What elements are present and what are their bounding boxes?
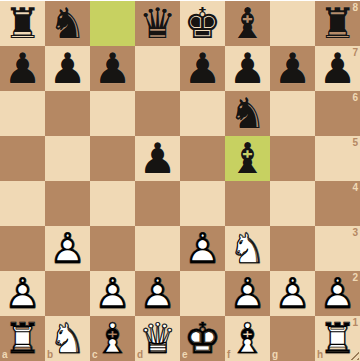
black-pawn-glyph: ♟ [90, 46, 135, 91]
square-h4[interactable]: 4 [315, 181, 360, 226]
rank-label-4: 4 [352, 182, 358, 193]
piece-white-queen[interactable]: ♛♕ [135, 316, 180, 361]
white-pawn-outline-glyph: ♙ [225, 271, 270, 316]
white-rook-outline-glyph: ♖ [0, 316, 45, 361]
piece-white-bishop[interactable]: ♝♗ [225, 316, 270, 361]
white-pawn-outline-glyph: ♙ [270, 271, 315, 316]
square-f1[interactable]: ♝♗f [225, 316, 270, 361]
square-g7[interactable]: ♟ [270, 46, 315, 91]
piece-white-pawn[interactable]: ♟♙ [270, 271, 315, 316]
square-e1[interactable]: ♚♔e [180, 316, 225, 361]
piece-white-knight[interactable]: ♞♘ [225, 226, 270, 271]
black-knight-glyph: ♞ [45, 1, 90, 46]
piece-black-pawn[interactable]: ♟ [0, 46, 45, 91]
square-c7[interactable]: ♟ [90, 46, 135, 91]
square-e4[interactable] [180, 181, 225, 226]
square-d6[interactable] [135, 91, 180, 136]
black-rook-glyph: ♜ [0, 1, 45, 46]
square-f8[interactable]: ♝ [225, 1, 270, 46]
square-d2[interactable]: ♟♙ [135, 271, 180, 316]
square-a5[interactable] [0, 136, 45, 181]
chess-board: ♜♞♛♚♝♜8♟♟♟♟♟♟♟7♞6♟♝54♟♙♟♙♞♘3♟♙♟♙♟♙♟♙♟♙♟♙… [0, 1, 360, 361]
piece-black-pawn[interactable]: ♟ [45, 46, 90, 91]
black-pawn-glyph: ♟ [315, 46, 360, 91]
white-pawn-outline-glyph: ♙ [90, 271, 135, 316]
square-f3[interactable]: ♞♘ [225, 226, 270, 271]
square-g6[interactable] [270, 91, 315, 136]
square-c2[interactable]: ♟♙ [90, 271, 135, 316]
square-g5[interactable] [270, 136, 315, 181]
square-c6[interactable] [90, 91, 135, 136]
square-h5[interactable]: 5 [315, 136, 360, 181]
rank-label-6: 6 [352, 92, 358, 103]
square-g1[interactable]: g [270, 316, 315, 361]
square-a3[interactable] [0, 226, 45, 271]
white-pawn-outline-glyph: ♙ [0, 271, 45, 316]
piece-white-pawn[interactable]: ♟♙ [225, 271, 270, 316]
square-b8[interactable]: ♞ [45, 1, 90, 46]
black-pawn-glyph: ♟ [270, 46, 315, 91]
square-f4[interactable] [225, 181, 270, 226]
square-h8[interactable]: ♜8 [315, 1, 360, 46]
black-king-glyph: ♚ [180, 1, 225, 46]
square-c1[interactable]: ♝♗c [90, 316, 135, 361]
white-knight-outline-glyph: ♘ [225, 226, 270, 271]
square-g3[interactable] [270, 226, 315, 271]
file-label-g: g [272, 349, 278, 360]
square-e7[interactable]: ♟ [180, 46, 225, 91]
square-b2[interactable] [45, 271, 90, 316]
piece-black-pawn[interactable]: ♟ [225, 46, 270, 91]
piece-white-rook[interactable]: ♜♖ [0, 316, 45, 361]
square-a4[interactable] [0, 181, 45, 226]
piece-black-pawn[interactable]: ♟ [180, 46, 225, 91]
piece-black-knight[interactable]: ♞ [225, 91, 270, 136]
piece-black-rook[interactable]: ♜ [0, 1, 45, 46]
black-bishop-glyph: ♝ [225, 136, 270, 181]
square-e2[interactable] [180, 271, 225, 316]
black-queen-glyph: ♛ [135, 1, 180, 46]
piece-white-pawn[interactable]: ♟♙ [0, 271, 45, 316]
black-pawn-glyph: ♟ [0, 46, 45, 91]
black-pawn-glyph: ♟ [180, 46, 225, 91]
piece-white-pawn[interactable]: ♟♙ [45, 226, 90, 271]
square-a1[interactable]: ♜♖a [0, 316, 45, 361]
square-a8[interactable]: ♜ [0, 1, 45, 46]
square-h1[interactable]: ♜♖1h [315, 316, 360, 361]
square-h7[interactable]: ♟7 [315, 46, 360, 91]
piece-black-pawn[interactable]: ♟ [90, 46, 135, 91]
square-b1[interactable]: ♞♘b [45, 316, 90, 361]
square-c4[interactable] [90, 181, 135, 226]
piece-white-pawn[interactable]: ♟♙ [180, 226, 225, 271]
square-f2[interactable]: ♟♙ [225, 271, 270, 316]
piece-white-pawn[interactable]: ♟♙ [135, 271, 180, 316]
black-pawn-glyph: ♟ [45, 46, 90, 91]
white-pawn-outline-glyph: ♙ [315, 271, 360, 316]
white-bishop-outline-glyph: ♗ [90, 316, 135, 361]
square-g2[interactable]: ♟♙ [270, 271, 315, 316]
white-knight-outline-glyph: ♘ [45, 316, 90, 361]
square-b6[interactable] [45, 91, 90, 136]
square-e8[interactable]: ♚ [180, 1, 225, 46]
piece-black-pawn[interactable]: ♟ [135, 136, 180, 181]
square-a7[interactable]: ♟ [0, 46, 45, 91]
square-f6[interactable]: ♞ [225, 91, 270, 136]
square-e6[interactable] [180, 91, 225, 136]
square-g8[interactable] [270, 1, 315, 46]
square-h6[interactable]: 6 [315, 91, 360, 136]
square-e5[interactable] [180, 136, 225, 181]
piece-white-bishop[interactable]: ♝♗ [90, 316, 135, 361]
square-h3[interactable]: 3 [315, 226, 360, 271]
square-f5[interactable]: ♝ [225, 136, 270, 181]
square-d4[interactable] [135, 181, 180, 226]
white-bishop-outline-glyph: ♗ [225, 316, 270, 361]
black-rook-glyph: ♜ [315, 1, 360, 46]
piece-black-king[interactable]: ♚ [180, 1, 225, 46]
black-pawn-glyph: ♟ [225, 46, 270, 91]
piece-black-queen[interactable]: ♛ [135, 1, 180, 46]
square-b3[interactable]: ♟♙ [45, 226, 90, 271]
rank-label-5: 5 [352, 137, 358, 148]
piece-white-knight[interactable]: ♞♘ [45, 316, 90, 361]
white-queen-outline-glyph: ♕ [135, 316, 180, 361]
piece-white-rook[interactable]: ♜♖ [315, 316, 360, 361]
piece-black-rook[interactable]: ♜ [315, 1, 360, 46]
black-bishop-glyph: ♝ [225, 1, 270, 46]
square-d8[interactable]: ♛ [135, 1, 180, 46]
square-b7[interactable]: ♟ [45, 46, 90, 91]
square-d7[interactable] [135, 46, 180, 91]
piece-black-knight[interactable]: ♞ [45, 1, 90, 46]
square-g4[interactable] [270, 181, 315, 226]
white-rook-outline-glyph: ♖ [315, 316, 360, 361]
square-c3[interactable] [90, 226, 135, 271]
square-b5[interactable] [45, 136, 90, 181]
square-a6[interactable] [0, 91, 45, 136]
piece-white-pawn[interactable]: ♟♙ [90, 271, 135, 316]
rank-label-3: 3 [352, 227, 358, 238]
square-d3[interactable] [135, 226, 180, 271]
white-king-outline-glyph: ♔ [180, 316, 225, 361]
square-c5[interactable] [90, 136, 135, 181]
square-a2[interactable]: ♟♙ [0, 271, 45, 316]
black-pawn-glyph: ♟ [135, 136, 180, 181]
square-b4[interactable] [45, 181, 90, 226]
piece-black-pawn[interactable]: ♟ [270, 46, 315, 91]
piece-black-bishop[interactable]: ♝ [225, 1, 270, 46]
square-f7[interactable]: ♟ [225, 46, 270, 91]
piece-white-king[interactable]: ♚♔ [180, 316, 225, 361]
white-pawn-outline-glyph: ♙ [45, 226, 90, 271]
piece-white-pawn[interactable]: ♟♙ [315, 271, 360, 316]
square-d5[interactable]: ♟ [135, 136, 180, 181]
piece-black-bishop[interactable]: ♝ [225, 136, 270, 181]
square-h2[interactable]: ♟♙2 [315, 271, 360, 316]
white-pawn-outline-glyph: ♙ [180, 226, 225, 271]
piece-black-pawn[interactable]: ♟ [315, 46, 360, 91]
white-pawn-outline-glyph: ♙ [135, 271, 180, 316]
square-e3[interactable]: ♟♙ [180, 226, 225, 271]
black-knight-glyph: ♞ [225, 91, 270, 136]
square-c8[interactable] [90, 1, 135, 46]
square-d1[interactable]: ♛♕d [135, 316, 180, 361]
